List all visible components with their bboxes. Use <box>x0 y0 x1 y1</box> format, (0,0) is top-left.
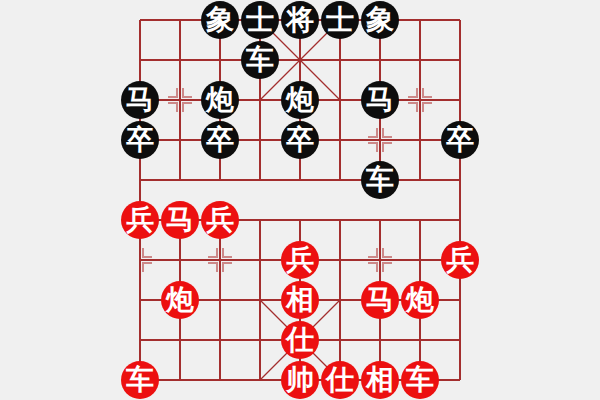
piece-red-horse[interactable]: 马 <box>361 281 399 319</box>
piece-red-horse[interactable]: 马 <box>161 201 199 239</box>
piece-red-cannon[interactable]: 炮 <box>401 281 439 319</box>
piece-red-elephant[interactable]: 相 <box>361 361 399 399</box>
piece-layer[interactable]: 象士将士象车马炮炮马卒卒卒卒车兵马兵兵兵炮相马炮仕车帅仕相车 <box>120 0 480 400</box>
piece-black-horse[interactable]: 马 <box>361 81 399 119</box>
piece-red-soldier[interactable]: 兵 <box>121 201 159 239</box>
piece-black-chariot[interactable]: 车 <box>361 161 399 199</box>
piece-black-chariot[interactable]: 车 <box>241 41 279 79</box>
piece-red-chariot[interactable]: 车 <box>401 361 439 399</box>
piece-red-advisor[interactable]: 仕 <box>321 361 359 399</box>
piece-black-advisor[interactable]: 士 <box>321 1 359 39</box>
piece-black-soldier[interactable]: 卒 <box>121 121 159 159</box>
piece-black-advisor[interactable]: 士 <box>241 1 279 39</box>
piece-black-cannon[interactable]: 炮 <box>201 81 239 119</box>
piece-red-cannon[interactable]: 炮 <box>161 281 199 319</box>
piece-red-soldier[interactable]: 兵 <box>281 241 319 279</box>
piece-black-general[interactable]: 将 <box>281 1 319 39</box>
piece-red-general[interactable]: 帅 <box>281 361 319 399</box>
piece-black-elephant[interactable]: 象 <box>361 1 399 39</box>
piece-red-soldier[interactable]: 兵 <box>201 201 239 239</box>
piece-black-soldier[interactable]: 卒 <box>281 121 319 159</box>
piece-red-advisor[interactable]: 仕 <box>281 321 319 359</box>
piece-red-chariot[interactable]: 车 <box>121 361 159 399</box>
piece-black-cannon[interactable]: 炮 <box>281 81 319 119</box>
piece-red-elephant[interactable]: 相 <box>281 281 319 319</box>
xiangqi-board: 象士将士象车马炮炮马卒卒卒卒车兵马兵兵兵炮相马炮仕车帅仕相车 <box>0 0 600 400</box>
piece-red-soldier[interactable]: 兵 <box>441 241 479 279</box>
piece-black-soldier[interactable]: 卒 <box>441 121 479 159</box>
piece-black-soldier[interactable]: 卒 <box>201 121 239 159</box>
piece-black-horse[interactable]: 马 <box>121 81 159 119</box>
piece-black-elephant[interactable]: 象 <box>201 1 239 39</box>
